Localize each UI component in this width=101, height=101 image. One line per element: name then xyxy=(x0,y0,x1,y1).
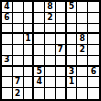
cell-r5c3[interactable] xyxy=(24,45,35,56)
given-digit: 6 xyxy=(91,68,97,76)
cell-r2c8[interactable] xyxy=(77,13,88,24)
cell-r9c7[interactable] xyxy=(67,88,78,99)
cell-r9c5[interactable] xyxy=(45,88,56,99)
cell-r8c5[interactable] xyxy=(45,77,56,88)
cell-r4c6[interactable] xyxy=(56,34,67,45)
cell-r4c9[interactable] xyxy=(88,34,99,45)
given-digit: 2 xyxy=(80,46,86,54)
cell-r5c1[interactable] xyxy=(2,45,13,56)
given-digit: 6 xyxy=(4,14,10,22)
given-digit: 8 xyxy=(47,3,53,11)
cell-r3c7[interactable] xyxy=(67,24,78,35)
cell-r2c4[interactable] xyxy=(34,13,45,24)
cell-r7c9[interactable]: 6 xyxy=(88,67,99,78)
cell-r6c9[interactable] xyxy=(88,56,99,67)
cell-r4c3[interactable]: 1 xyxy=(24,34,35,45)
cell-r4c5[interactable] xyxy=(45,34,56,45)
cell-r2c6[interactable] xyxy=(56,13,67,24)
cell-r6c2[interactable] xyxy=(13,56,24,67)
cell-r7c7[interactable]: 3 xyxy=(67,67,78,78)
cell-r1c3[interactable] xyxy=(24,2,35,13)
cell-r1c4[interactable] xyxy=(34,2,45,13)
cell-r2c7[interactable] xyxy=(67,13,78,24)
cell-r5c5[interactable] xyxy=(45,45,56,56)
cell-r8c3[interactable] xyxy=(24,77,35,88)
cell-r3c8[interactable] xyxy=(77,24,88,35)
cell-r1c9[interactable] xyxy=(88,2,99,13)
cell-r3c6[interactable] xyxy=(56,24,67,35)
cell-r6c7[interactable] xyxy=(67,56,78,67)
given-digit: 2 xyxy=(15,90,21,98)
cell-r4c4[interactable] xyxy=(34,34,45,45)
cell-r6c1[interactable]: 3 xyxy=(2,56,13,67)
cell-r9c9[interactable] xyxy=(88,88,99,99)
given-digit: 1 xyxy=(69,78,75,86)
cell-r2c5[interactable]: 2 xyxy=(45,13,56,24)
given-digit: 2 xyxy=(47,14,53,22)
cell-r1c2[interactable] xyxy=(13,2,24,13)
given-digit: 7 xyxy=(15,78,21,86)
cell-r5c4[interactable] xyxy=(34,45,45,56)
cell-r8c1[interactable] xyxy=(2,77,13,88)
cell-r6c5[interactable] xyxy=(45,56,56,67)
cell-r8c2[interactable]: 7 xyxy=(13,77,24,88)
cell-r9c6[interactable] xyxy=(56,88,67,99)
cell-r7c2[interactable] xyxy=(13,67,24,78)
cell-r3c5[interactable] xyxy=(45,24,56,35)
cell-r6c4[interactable] xyxy=(34,56,45,67)
cell-r7c1[interactable] xyxy=(2,67,13,78)
cell-r3c2[interactable] xyxy=(13,24,24,35)
given-digit: 4 xyxy=(36,78,42,86)
cell-r2c3[interactable] xyxy=(24,13,35,24)
cell-r1c5[interactable]: 8 xyxy=(45,2,56,13)
cell-r7c4[interactable]: 5 xyxy=(34,67,45,78)
given-digit: 5 xyxy=(69,3,75,11)
cell-r4c7[interactable] xyxy=(67,34,78,45)
cell-r9c1[interactable] xyxy=(2,88,13,99)
cell-r6c3[interactable] xyxy=(24,56,35,67)
given-digit: 1 xyxy=(25,35,31,43)
cell-r7c6[interactable] xyxy=(56,67,67,78)
given-digit: 3 xyxy=(69,68,75,76)
given-digit: 3 xyxy=(4,56,10,64)
cell-r8c7[interactable]: 1 xyxy=(67,77,78,88)
cell-r7c5[interactable] xyxy=(45,67,56,78)
cell-r3c1[interactable] xyxy=(2,24,13,35)
cell-r3c3[interactable] xyxy=(24,24,35,35)
given-digit: 4 xyxy=(4,3,10,11)
cell-r4c1[interactable] xyxy=(2,34,13,45)
cell-r6c6[interactable] xyxy=(56,56,67,67)
cell-r6c8[interactable] xyxy=(77,56,88,67)
cell-r3c9[interactable] xyxy=(88,24,99,35)
cell-r1c7[interactable]: 5 xyxy=(67,2,78,13)
cell-r8c9[interactable] xyxy=(88,77,99,88)
given-digit: 8 xyxy=(80,35,86,43)
cell-r5c7[interactable] xyxy=(67,45,78,56)
cell-r5c8[interactable]: 2 xyxy=(77,45,88,56)
cell-r9c3[interactable] xyxy=(24,88,35,99)
cell-r8c6[interactable] xyxy=(56,77,67,88)
cell-r1c6[interactable] xyxy=(56,2,67,13)
cell-r8c4[interactable]: 4 xyxy=(34,77,45,88)
cell-r5c6[interactable]: 7 xyxy=(56,45,67,56)
given-digit: 7 xyxy=(57,46,63,54)
cell-r1c1[interactable]: 4 xyxy=(2,2,13,13)
sudoku-board: 48562187235367412 xyxy=(0,0,101,101)
cell-r5c9[interactable] xyxy=(88,45,99,56)
cell-r9c2[interactable]: 2 xyxy=(13,88,24,99)
cell-r4c8[interactable]: 8 xyxy=(77,34,88,45)
cell-r8c8[interactable] xyxy=(77,77,88,88)
cell-r9c4[interactable] xyxy=(34,88,45,99)
cell-r7c3[interactable] xyxy=(24,67,35,78)
cell-r7c8[interactable] xyxy=(77,67,88,78)
cell-r1c8[interactable] xyxy=(77,2,88,13)
cell-r2c9[interactable] xyxy=(88,13,99,24)
given-digit: 5 xyxy=(36,68,42,76)
cell-r2c1[interactable]: 6 xyxy=(2,13,13,24)
cell-r2c2[interactable] xyxy=(13,13,24,24)
cell-r5c2[interactable] xyxy=(13,45,24,56)
cell-r9c8[interactable] xyxy=(77,88,88,99)
cell-r4c2[interactable] xyxy=(13,34,24,45)
cell-r3c4[interactable] xyxy=(34,24,45,35)
